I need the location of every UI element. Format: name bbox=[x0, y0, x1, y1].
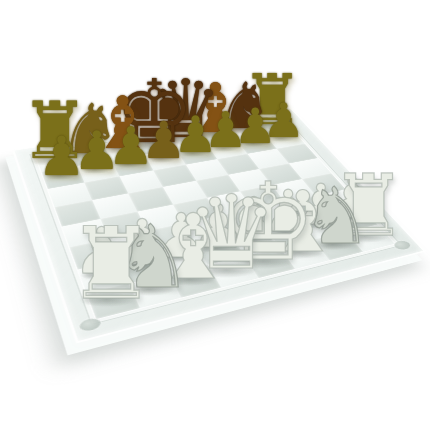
corner-pad bbox=[78, 317, 102, 333]
board-grid bbox=[34, 117, 396, 321]
corner-pad bbox=[392, 240, 413, 251]
glass-chess-set-photo: ♜♞♝♚♛♝♞♜♟♟♟♟♟♟♟♟♟♟♟♟♟♟♟♟♜♞♝♛♚♝♞♜ bbox=[0, 0, 430, 430]
chess-board bbox=[12, 108, 426, 344]
